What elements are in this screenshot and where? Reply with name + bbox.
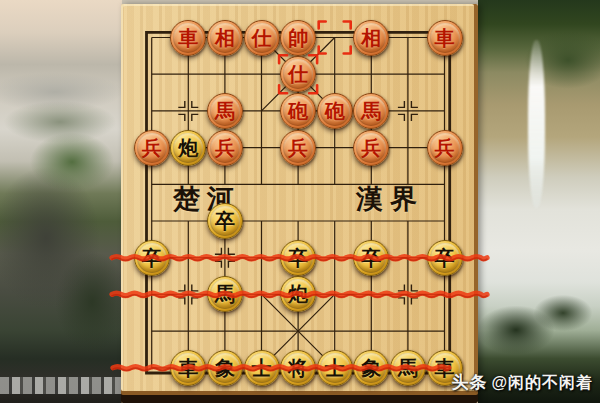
piece-red-砲[interactable]: 砲 bbox=[280, 93, 316, 129]
piece-glyph: 仕 bbox=[288, 64, 308, 84]
piece-glyph: 砲 bbox=[288, 101, 308, 121]
piece-glyph: 象 bbox=[215, 358, 235, 378]
piece-black-卒[interactable]: 卒 bbox=[207, 203, 243, 239]
piece-glyph: 兵 bbox=[288, 138, 308, 158]
piece-red-車[interactable]: 車 bbox=[427, 20, 463, 56]
watermark-prefix: 头条 bbox=[451, 373, 487, 392]
piece-red-相[interactable]: 相 bbox=[353, 20, 389, 56]
piece-black-卒[interactable]: 卒 bbox=[353, 240, 389, 276]
piece-black-炮[interactable]: 炮 bbox=[170, 130, 206, 166]
piece-red-兵[interactable]: 兵 bbox=[280, 130, 316, 166]
piece-glyph: 象 bbox=[361, 358, 381, 378]
piece-red-帥[interactable]: 帥 bbox=[280, 20, 316, 56]
piece-red-仕[interactable]: 仕 bbox=[280, 56, 316, 92]
piece-black-炮[interactable]: 炮 bbox=[280, 276, 316, 312]
piece-glyph: 将 bbox=[288, 358, 308, 378]
piece-black-卒[interactable]: 卒 bbox=[134, 240, 170, 276]
piece-glyph: 馬 bbox=[398, 358, 418, 378]
watermark-handle: @闲的不闲着 bbox=[491, 374, 593, 391]
background-right-landscape bbox=[478, 0, 600, 403]
piece-black-卒[interactable]: 卒 bbox=[280, 240, 316, 276]
xiangqi-board[interactable]: 楚河 漢界 車相仕帥相車仕馬砲砲馬兵炮兵兵兵兵卒卒卒卒卒馬炮車象士将士象馬車 bbox=[121, 4, 478, 403]
piece-glyph: 相 bbox=[361, 28, 381, 48]
piece-black-将[interactable]: 将 bbox=[280, 350, 316, 386]
piece-red-仕[interactable]: 仕 bbox=[244, 20, 280, 56]
piece-red-馬[interactable]: 馬 bbox=[207, 93, 243, 129]
piece-red-車[interactable]: 車 bbox=[170, 20, 206, 56]
xiangqi-screenshot: 楚河 漢界 車相仕帥相車仕馬砲砲馬兵炮兵兵兵兵卒卒卒卒卒馬炮車象士将士象馬車 头… bbox=[0, 0, 600, 403]
piece-glyph: 車 bbox=[178, 358, 198, 378]
piece-glyph: 車 bbox=[178, 28, 198, 48]
piece-glyph: 炮 bbox=[178, 138, 198, 158]
piece-glyph: 卒 bbox=[215, 211, 235, 231]
piece-red-兵[interactable]: 兵 bbox=[134, 130, 170, 166]
piece-glyph: 炮 bbox=[288, 284, 308, 304]
piece-glyph: 馬 bbox=[215, 101, 235, 121]
piece-black-象[interactable]: 象 bbox=[353, 350, 389, 386]
piece-glyph: 兵 bbox=[361, 138, 381, 158]
waterfall-image bbox=[528, 40, 545, 208]
piece-glyph: 卒 bbox=[288, 248, 308, 268]
piece-glyph: 馬 bbox=[215, 284, 235, 304]
piece-red-相[interactable]: 相 bbox=[207, 20, 243, 56]
piece-black-士[interactable]: 士 bbox=[244, 350, 280, 386]
piece-black-卒[interactable]: 卒 bbox=[427, 240, 463, 276]
piece-black-象[interactable]: 象 bbox=[207, 350, 243, 386]
piece-glyph: 馬 bbox=[361, 101, 381, 121]
piece-glyph: 相 bbox=[215, 28, 235, 48]
river-label-hanjie: 漢界 bbox=[356, 181, 424, 217]
piece-glyph: 士 bbox=[252, 358, 272, 378]
watermark: 头条@闲的不闲着 bbox=[451, 371, 593, 394]
piece-black-車[interactable]: 車 bbox=[170, 350, 206, 386]
piece-red-兵[interactable]: 兵 bbox=[427, 130, 463, 166]
piece-glyph: 砲 bbox=[325, 101, 345, 121]
piece-glyph: 兵 bbox=[435, 138, 455, 158]
piece-red-砲[interactable]: 砲 bbox=[317, 93, 353, 129]
background-left-landscape bbox=[0, 0, 122, 403]
piece-black-馬[interactable]: 馬 bbox=[390, 350, 426, 386]
piece-black-士[interactable]: 士 bbox=[317, 350, 353, 386]
piece-glyph: 兵 bbox=[142, 138, 162, 158]
piece-red-兵[interactable]: 兵 bbox=[353, 130, 389, 166]
piece-glyph: 仕 bbox=[252, 28, 272, 48]
piece-glyph: 卒 bbox=[361, 248, 381, 268]
piece-glyph: 士 bbox=[325, 358, 345, 378]
piece-red-兵[interactable]: 兵 bbox=[207, 130, 243, 166]
piece-glyph: 兵 bbox=[215, 138, 235, 158]
piece-glyph: 帥 bbox=[288, 28, 308, 48]
piece-black-馬[interactable]: 馬 bbox=[207, 276, 243, 312]
film-strip-band bbox=[0, 377, 122, 394]
piece-glyph: 卒 bbox=[435, 248, 455, 268]
piece-glyph: 卒 bbox=[142, 248, 162, 268]
piece-red-馬[interactable]: 馬 bbox=[353, 93, 389, 129]
piece-glyph: 車 bbox=[435, 28, 455, 48]
